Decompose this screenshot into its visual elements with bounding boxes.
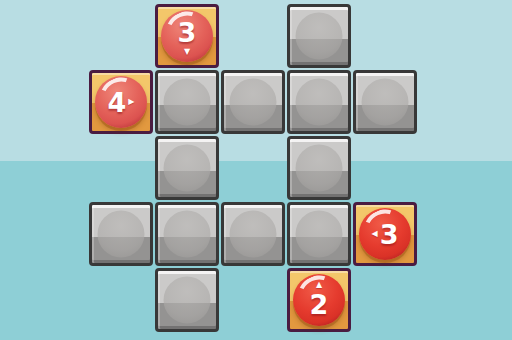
block-tile[interactable] <box>221 202 285 266</box>
clue-tile-right[interactable]: 4▶ <box>89 70 153 134</box>
cell-r3c0 <box>89 202 153 266</box>
cell-r1c4 <box>353 70 417 134</box>
block-knob-circle <box>164 277 211 324</box>
cell-r4c4 <box>353 268 417 332</box>
block-knob-circle <box>164 211 211 258</box>
block-tile[interactable] <box>155 70 219 134</box>
cell-r1c1 <box>155 70 219 134</box>
clue-tile-down[interactable]: 3▼ <box>155 4 219 68</box>
clue-number: 2 <box>310 291 329 318</box>
block-knob-circle <box>362 79 409 126</box>
cell-r3c4: ◀3 <box>353 202 417 266</box>
game-scene: 3▼4▶◀3▲2 <box>0 0 512 340</box>
cell-r1c0: 4▶ <box>89 70 153 134</box>
cell-r2c1 <box>155 136 219 200</box>
clue-tile-left[interactable]: ◀3 <box>353 202 417 266</box>
cell-r0c1: 3▼ <box>155 4 219 68</box>
clue-tile-up[interactable]: ▲2 <box>287 268 351 332</box>
cell-r4c0 <box>89 268 153 332</box>
cell-r0c4 <box>353 4 417 68</box>
block-tile[interactable] <box>353 70 417 134</box>
clue-number: 3 <box>380 221 399 248</box>
block-knob-circle <box>296 211 343 258</box>
cell-r2c2 <box>221 136 285 200</box>
arrow-left-icon: ◀ <box>372 230 378 238</box>
cell-r1c3 <box>287 70 351 134</box>
cell-r3c2 <box>221 202 285 266</box>
cell-r4c3: ▲2 <box>287 268 351 332</box>
cell-r0c3 <box>287 4 351 68</box>
arrow-right-icon: ▶ <box>128 98 134 106</box>
block-knob-circle <box>230 211 277 258</box>
block-knob-circle <box>296 13 343 60</box>
block-knob-circle <box>296 79 343 126</box>
block-tile[interactable] <box>221 70 285 134</box>
block-knob-circle <box>164 145 211 192</box>
clue-number: 4 <box>108 89 127 116</box>
cell-r2c3 <box>287 136 351 200</box>
cell-r3c3 <box>287 202 351 266</box>
block-tile[interactable] <box>89 202 153 266</box>
cell-r0c0 <box>89 4 153 68</box>
block-knob-circle <box>296 145 343 192</box>
cell-r3c1 <box>155 202 219 266</box>
cell-r0c2 <box>221 4 285 68</box>
cell-r2c0 <box>89 136 153 200</box>
clue-button-right[interactable]: 4▶ <box>95 76 147 128</box>
clue-button-down[interactable]: 3▼ <box>161 10 213 62</box>
block-tile[interactable] <box>155 268 219 332</box>
block-knob-circle <box>98 211 145 258</box>
block-knob-circle <box>164 79 211 126</box>
cell-r4c2 <box>221 268 285 332</box>
block-tile[interactable] <box>155 202 219 266</box>
block-knob-circle <box>230 79 277 126</box>
block-tile[interactable] <box>287 202 351 266</box>
block-tile[interactable] <box>287 70 351 134</box>
arrow-down-icon: ▼ <box>184 48 190 56</box>
cell-r4c1 <box>155 268 219 332</box>
clue-button-left[interactable]: ◀3 <box>359 208 411 260</box>
cell-r2c4 <box>353 136 417 200</box>
clue-number: 3 <box>178 19 197 46</box>
block-tile[interactable] <box>287 136 351 200</box>
cell-r1c2 <box>221 70 285 134</box>
puzzle-board: 3▼4▶◀3▲2 <box>89 4 417 332</box>
block-tile[interactable] <box>287 4 351 68</box>
block-tile[interactable] <box>155 136 219 200</box>
arrow-up-icon: ▲ <box>316 281 322 289</box>
clue-button-up[interactable]: ▲2 <box>293 274 345 326</box>
